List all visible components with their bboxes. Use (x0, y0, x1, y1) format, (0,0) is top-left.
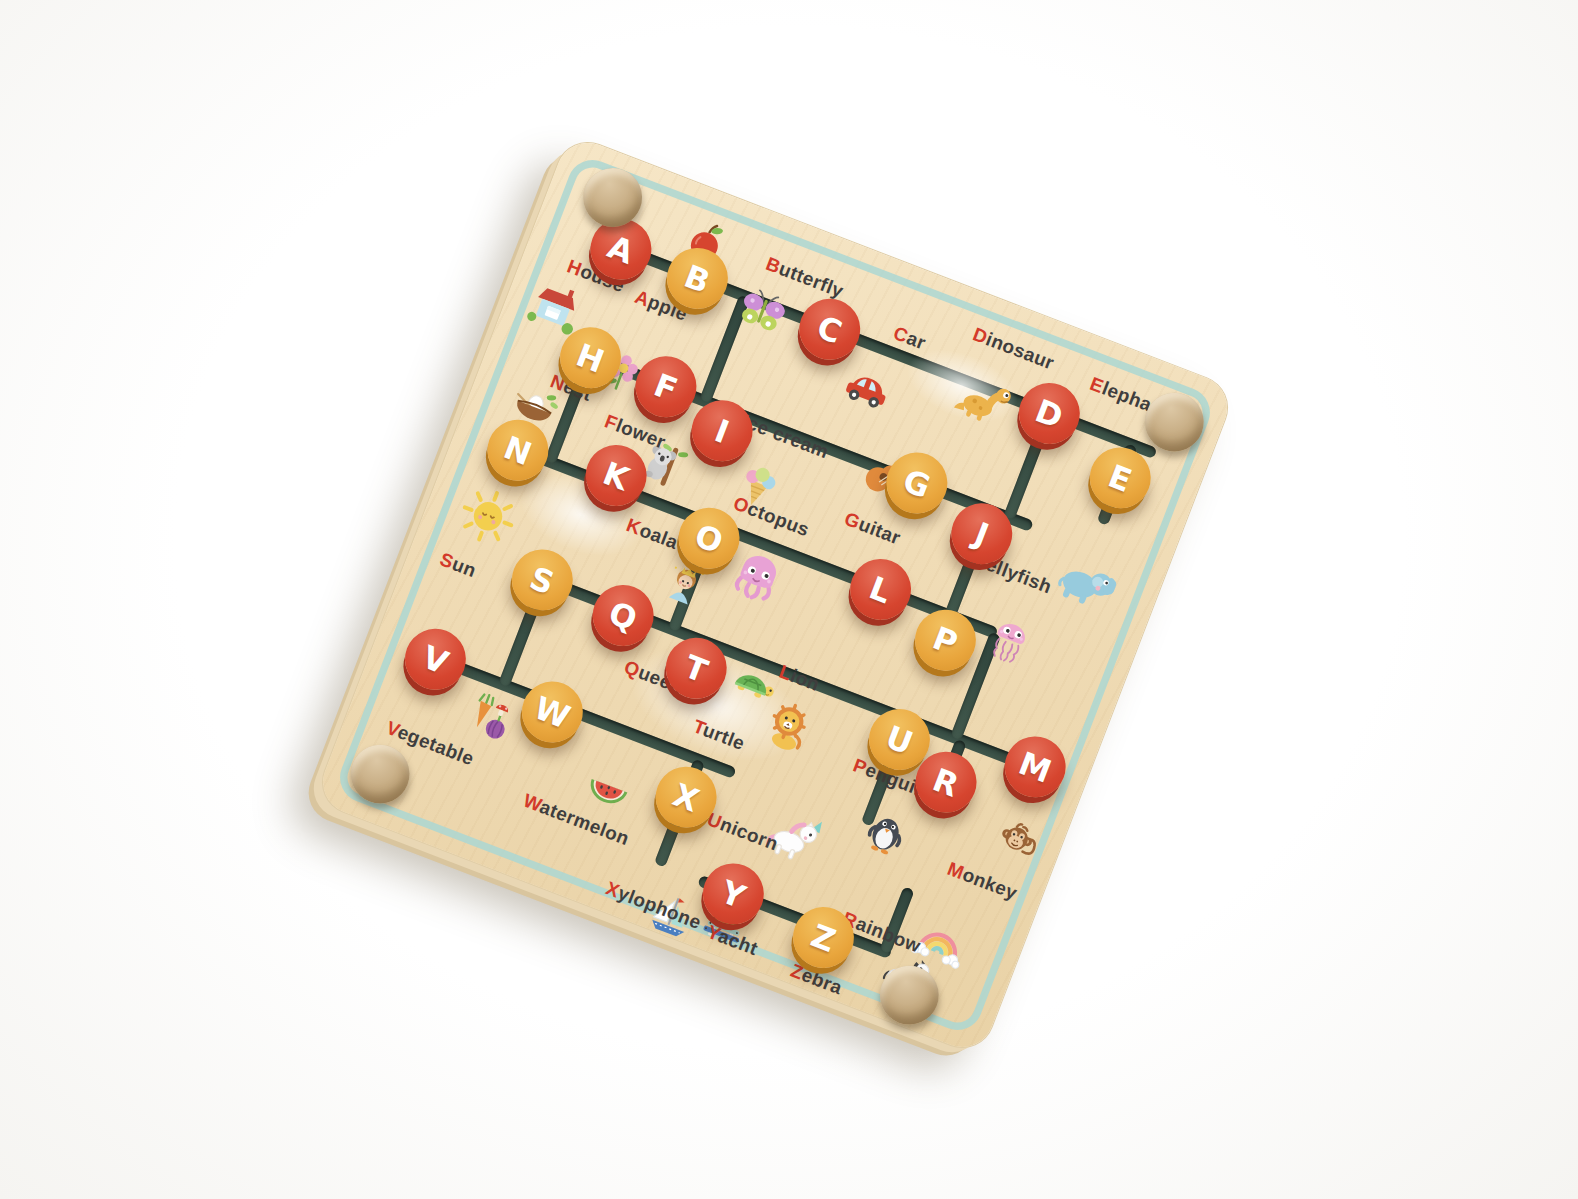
disc-letter: O (690, 516, 728, 560)
disc-letter: Y (716, 873, 750, 915)
disc-letter: U (881, 718, 918, 761)
disc-letter: B (680, 257, 716, 300)
disc-letter: F (649, 366, 682, 408)
disc-letter: A (603, 228, 639, 271)
disc-letter: V (417, 638, 453, 681)
disc-letter: I (710, 412, 734, 451)
disc-letter: J (970, 515, 994, 554)
disc-letter: W (530, 689, 576, 736)
photo-scene: House Apple Butterfly Car Dinosaur Eleph… (0, 0, 1578, 1199)
disc-letter: G (898, 461, 935, 505)
disc-letter: Q (604, 593, 642, 637)
disc-letter: D (1031, 392, 1069, 436)
disc-letter: R (928, 761, 964, 804)
disc-letter: C (812, 308, 847, 351)
disc-letter: H (572, 336, 610, 380)
disc-letter: M (1014, 744, 1056, 790)
disc-letter: Z (806, 916, 841, 958)
disc-letter: T (680, 647, 713, 689)
disc-letter: L (865, 569, 897, 611)
disc-letter: S (525, 559, 559, 601)
disc-letter: X (668, 776, 704, 819)
alphabet-maze-board: House Apple Butterfly Car Dinosaur Eleph… (314, 134, 1236, 1056)
disc-letter: E (1104, 457, 1137, 499)
disc-letter: N (499, 428, 537, 472)
disc-letter: P (928, 619, 963, 662)
disc-letter: K (598, 454, 634, 497)
